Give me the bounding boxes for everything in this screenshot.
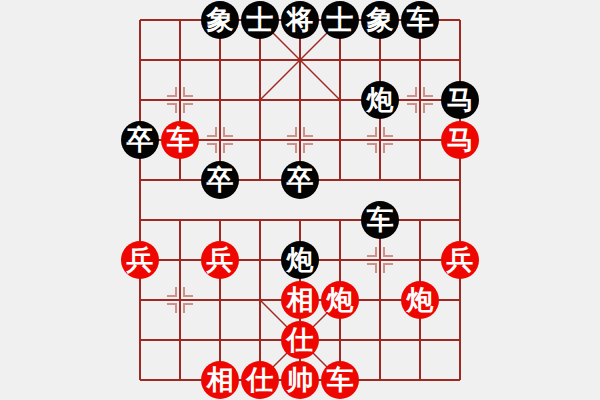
piece-black-advisor[interactable]: 士 — [241, 1, 279, 39]
piece-black-pawn[interactable]: 卒 — [201, 161, 239, 199]
piece-red-chariot[interactable]: 车 — [161, 121, 199, 159]
piece-red-pawn[interactable]: 兵 — [201, 241, 239, 279]
piece-black-chariot[interactable]: 车 — [401, 1, 439, 39]
piece-black-elephant[interactable]: 象 — [201, 1, 239, 39]
piece-red-chariot[interactable]: 车 — [321, 361, 359, 399]
piece-red-cannon[interactable]: 炮 — [321, 281, 359, 319]
piece-red-elephant[interactable]: 相 — [281, 281, 319, 319]
piece-red-cannon[interactable]: 炮 — [401, 281, 439, 319]
piece-red-general[interactable]: 帅 — [281, 361, 319, 399]
piece-black-elephant[interactable]: 象 — [361, 1, 399, 39]
piece-black-pawn[interactable]: 卒 — [121, 121, 159, 159]
piece-black-horse[interactable]: 马 — [441, 81, 479, 119]
piece-black-chariot[interactable]: 车 — [361, 201, 399, 239]
piece-red-advisor[interactable]: 仕 — [281, 321, 319, 359]
piece-red-elephant[interactable]: 相 — [201, 361, 239, 399]
xiangqi-board: 象士将士象车炮马卒车马卒卒车兵兵炮兵相炮炮仕相仕帅车 — [0, 0, 600, 400]
pieces-layer: 象士将士象车炮马卒车马卒卒车兵兵炮兵相炮炮仕相仕帅车 — [0, 0, 600, 400]
piece-black-pawn[interactable]: 卒 — [281, 161, 319, 199]
piece-black-advisor[interactable]: 士 — [321, 1, 359, 39]
piece-black-general[interactable]: 将 — [281, 1, 319, 39]
piece-black-cannon[interactable]: 炮 — [281, 241, 319, 279]
piece-red-horse[interactable]: 马 — [441, 121, 479, 159]
piece-red-pawn[interactable]: 兵 — [121, 241, 159, 279]
piece-black-cannon[interactable]: 炮 — [361, 81, 399, 119]
piece-red-advisor[interactable]: 仕 — [241, 361, 279, 399]
piece-red-pawn[interactable]: 兵 — [441, 241, 479, 279]
